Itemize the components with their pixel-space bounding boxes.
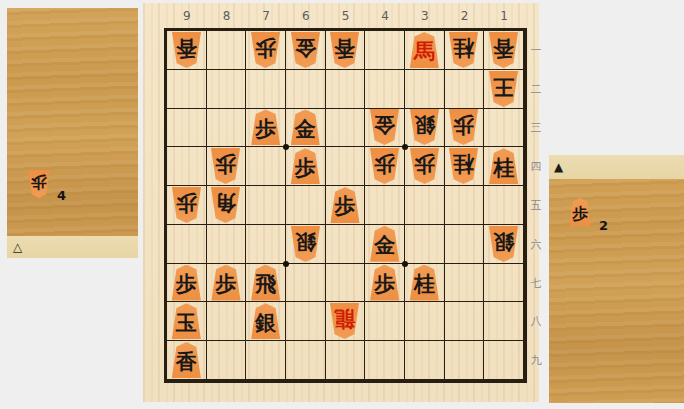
board-cell-7-3[interactable]: 歩 (246, 109, 286, 148)
sente-hand-tray: ▲ 歩 2 (549, 155, 684, 403)
rank-label-8: 八 (527, 302, 545, 341)
gote-hand-pawn-count: 4 (57, 188, 66, 203)
sente-piece-pawn[interactable]: 歩 (209, 265, 242, 301)
file-label-5: 5 (326, 9, 366, 23)
board-cell-6-9[interactable] (286, 341, 326, 380)
file-label-1: 1 (484, 9, 524, 23)
file-label-9: 9 (167, 9, 207, 23)
gote-piece-pawn[interactable]: 歩 (249, 32, 282, 68)
file-label-8: 8 (207, 9, 247, 23)
board-cell-4-7[interactable]: 歩 (365, 264, 405, 303)
board-cell-3-2[interactable] (405, 70, 445, 109)
board-cell-1-5[interactable] (484, 186, 524, 225)
board-cell-9-7[interactable]: 歩 (167, 264, 207, 303)
board-cell-5-2[interactable] (326, 70, 366, 109)
board-cell-2-8[interactable] (445, 302, 485, 341)
board-cell-1-8[interactable] (484, 302, 524, 341)
board-cell-2-4[interactable]: 桂 (445, 147, 485, 186)
board-cell-7-2[interactable] (246, 70, 286, 109)
board-cell-6-4[interactable]: 歩 (286, 147, 326, 186)
rank-label-1: 一 (527, 31, 545, 70)
shogi-board-grid: 香歩金香馬桂香王歩金金銀歩歩歩歩歩桂桂歩角歩銀金銀歩歩飛歩桂玉銀龍香 (164, 28, 527, 383)
board-cell-2-7[interactable] (445, 264, 485, 303)
board-cell-9-4[interactable] (167, 147, 207, 186)
board-cell-4-1[interactable] (365, 31, 405, 70)
rank-labels: 一二三四五六七八九 (527, 31, 545, 380)
file-label-7: 7 (246, 9, 286, 23)
board-cell-2-9[interactable] (445, 341, 485, 380)
board-cell-8-4[interactable]: 歩 (207, 147, 247, 186)
board-cell-6-5[interactable] (286, 186, 326, 225)
board-cell-7-6[interactable] (246, 225, 286, 264)
board-cell-3-9[interactable] (405, 341, 445, 380)
board-cell-9-5[interactable]: 歩 (167, 186, 207, 225)
board-cell-2-2[interactable] (445, 70, 485, 109)
board-cell-1-2[interactable]: 王 (484, 70, 524, 109)
rank-label-5: 五 (527, 186, 545, 225)
sente-piece-silver[interactable]: 銀 (249, 303, 282, 339)
board-cell-4-9[interactable] (365, 341, 405, 380)
sente-piece-lance[interactable]: 香 (170, 342, 203, 378)
file-labels: 987654321 (167, 9, 524, 23)
hoshi-dot (402, 261, 408, 267)
board-cell-6-6[interactable]: 銀 (286, 225, 326, 264)
board-cell-9-9[interactable]: 香 (167, 341, 207, 380)
sente-hand-pawn-count: 2 (599, 218, 608, 233)
rank-label-9: 九 (527, 341, 545, 380)
hoshi-dot (283, 144, 289, 150)
board-cell-7-1[interactable]: 歩 (246, 31, 286, 70)
board-cell-2-6[interactable] (445, 225, 485, 264)
gote-piece-pawn[interactable]: 歩 (209, 148, 242, 184)
board-cell-6-1[interactable]: 金 (286, 31, 326, 70)
file-label-4: 4 (365, 9, 405, 23)
board-cell-1-9[interactable] (484, 341, 524, 380)
gote-piece-gold[interactable]: 金 (289, 32, 322, 68)
rank-label-3: 三 (527, 109, 545, 148)
gote-tray-strip: △ (7, 236, 138, 258)
rank-label-4: 四 (527, 147, 545, 186)
board-cell-5-4[interactable] (326, 147, 366, 186)
rank-label-2: 二 (527, 70, 545, 109)
board-cell-8-1[interactable] (207, 31, 247, 70)
board-cell-9-6[interactable] (167, 225, 207, 264)
board-cell-9-3[interactable] (167, 109, 207, 148)
sente-hand-piece-pawn[interactable]: 歩 (568, 198, 592, 226)
board-cell-3-7[interactable]: 桂 (405, 264, 445, 303)
sente-piece-knight[interactable]: 桂 (487, 148, 520, 184)
board-cell-9-1[interactable]: 香 (167, 31, 207, 70)
gote-piece-king[interactable]: 王 (487, 71, 520, 107)
board-cell-5-5[interactable]: 歩 (326, 186, 366, 225)
board-cell-4-8[interactable] (365, 302, 405, 341)
hoshi-dot (283, 261, 289, 267)
file-label-2: 2 (445, 9, 485, 23)
board-cell-5-7[interactable] (326, 264, 366, 303)
sente-piece-pawn[interactable]: 歩 (328, 187, 361, 223)
board-cell-3-8[interactable] (405, 302, 445, 341)
sente-tray-strip: ▲ (549, 155, 684, 179)
board-cell-5-8[interactable]: 龍 (326, 302, 366, 341)
gote-piece-gold[interactable]: 金 (368, 109, 401, 145)
board-cell-9-2[interactable] (167, 70, 207, 109)
board-cell-7-5[interactable] (246, 186, 286, 225)
sente-piece-gold[interactable]: 金 (289, 109, 322, 145)
board-cell-1-3[interactable] (484, 109, 524, 148)
board-cell-4-5[interactable] (365, 186, 405, 225)
gote-piece-silver[interactable]: 銀 (289, 226, 322, 262)
board-cell-8-2[interactable] (207, 70, 247, 109)
board-cell-1-1[interactable]: 香 (484, 31, 524, 70)
gote-piece-knight[interactable]: 桂 (447, 32, 480, 68)
gote-piece-silver[interactable]: 銀 (408, 109, 441, 145)
board-cell-6-7[interactable] (286, 264, 326, 303)
board-cell-3-5[interactable] (405, 186, 445, 225)
board-cell-5-9[interactable] (326, 341, 366, 380)
board-cell-5-1[interactable]: 香 (326, 31, 366, 70)
board-cell-8-5[interactable]: 角 (207, 186, 247, 225)
board-cell-6-2[interactable] (286, 70, 326, 109)
board-cell-1-6[interactable]: 銀 (484, 225, 524, 264)
rank-label-7: 七 (527, 264, 545, 303)
board-cell-4-6[interactable]: 金 (365, 225, 405, 264)
gote-piece-bishop[interactable]: 角 (209, 187, 242, 223)
board-cell-3-4[interactable]: 歩 (405, 147, 445, 186)
sente-marker-icon: ▲ (554, 161, 563, 173)
board-cell-7-4[interactable] (246, 147, 286, 186)
gote-piece-lance[interactable]: 香 (170, 32, 203, 68)
gote-piece-knight[interactable]: 桂 (447, 148, 480, 184)
board-cell-1-7[interactable] (484, 264, 524, 303)
gote-piece-promoted-rook[interactable]: 龍 (328, 303, 361, 339)
board-cell-7-7[interactable]: 飛 (246, 264, 286, 303)
board-cell-1-4[interactable]: 桂 (484, 147, 524, 186)
board-cell-6-8[interactable] (286, 302, 326, 341)
board-cell-3-1[interactable]: 馬 (405, 31, 445, 70)
sente-piece-pawn[interactable]: 歩 (170, 265, 203, 301)
file-label-3: 3 (405, 9, 445, 23)
gote-piece-pawn[interactable]: 歩 (368, 148, 401, 184)
board-cell-4-2[interactable] (365, 70, 405, 109)
board-cell-6-3[interactable]: 金 (286, 109, 326, 148)
board-cell-3-6[interactable] (405, 225, 445, 264)
board-cell-8-3[interactable] (207, 109, 247, 148)
sente-piece-gold[interactable]: 金 (368, 226, 401, 262)
gote-piece-lance[interactable]: 香 (487, 32, 520, 68)
board-cell-5-6[interactable] (326, 225, 366, 264)
rank-label-6: 六 (527, 225, 545, 264)
sente-piece-pawn[interactable]: 歩 (249, 109, 282, 145)
board-cell-8-8[interactable] (207, 302, 247, 341)
sente-piece-knight[interactable]: 桂 (408, 265, 441, 301)
board-cell-7-9[interactable] (246, 341, 286, 380)
board-cell-4-4[interactable]: 歩 (365, 147, 405, 186)
gote-piece-pawn[interactable]: 歩 (447, 109, 480, 145)
shogi-board: 987654321 一二三四五六七八九 香歩金香馬桂香王歩金金銀歩歩歩歩歩桂桂歩… (143, 3, 539, 402)
gote-hand-piece-pawn[interactable]: 歩 (27, 170, 51, 198)
gote-hand-tray: 歩 4 △ (7, 8, 138, 258)
board-cell-2-5[interactable] (445, 186, 485, 225)
sente-piece-king[interactable]: 玉 (170, 303, 203, 339)
sente-piece-pawn[interactable]: 歩 (289, 148, 322, 184)
board-cell-8-6[interactable] (207, 225, 247, 264)
hoshi-dot (402, 144, 408, 150)
sente-piece-rook[interactable]: 飛 (249, 265, 282, 301)
gote-piece-pawn[interactable]: 歩 (408, 148, 441, 184)
gote-piece-pawn[interactable]: 歩 (170, 187, 203, 223)
board-cell-2-3[interactable]: 歩 (445, 109, 485, 148)
shogi-app: 歩 4 △ 987654321 一二三四五六七八九 香歩金香馬桂香王歩金金銀歩歩… (0, 0, 684, 409)
board-cell-7-8[interactable]: 銀 (246, 302, 286, 341)
board-cell-2-1[interactable]: 桂 (445, 31, 485, 70)
board-cell-3-3[interactable]: 銀 (405, 109, 445, 148)
file-label-6: 6 (286, 9, 326, 23)
board-cell-8-7[interactable]: 歩 (207, 264, 247, 303)
sente-piece-promoted-bishop[interactable]: 馬 (408, 32, 441, 68)
gote-marker-icon: △ (13, 241, 22, 253)
board-cell-8-9[interactable] (207, 341, 247, 380)
board-cell-9-8[interactable]: 玉 (167, 302, 207, 341)
board-cell-5-3[interactable] (326, 109, 366, 148)
sente-piece-pawn[interactable]: 歩 (368, 265, 401, 301)
board-cell-4-3[interactable]: 金 (365, 109, 405, 148)
gote-piece-silver[interactable]: 銀 (487, 226, 520, 262)
gote-piece-lance[interactable]: 香 (328, 32, 361, 68)
